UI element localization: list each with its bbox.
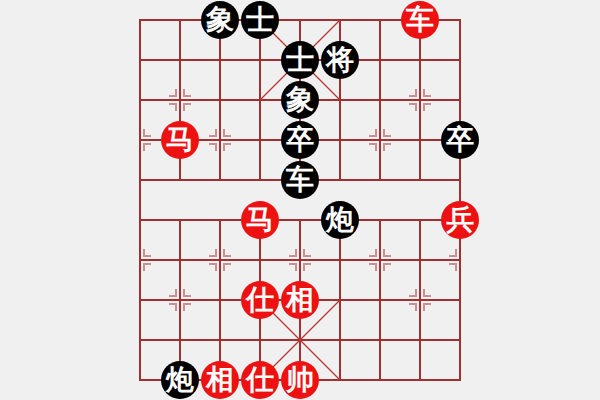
- piece-red-chariot[interactable]: 车: [401, 1, 439, 39]
- pieces-layer: 象士车士将象马卒卒车马炮兵仕相炮相仕帅: [0, 0, 600, 400]
- piece-red-soldier[interactable]: 兵: [441, 201, 479, 239]
- piece-black-cannon[interactable]: 炮: [161, 361, 199, 399]
- piece-red-advisor[interactable]: 仕: [241, 361, 279, 399]
- piece-black-elephant[interactable]: 象: [201, 1, 239, 39]
- piece-red-advisor[interactable]: 仕: [241, 281, 279, 319]
- piece-red-elephant[interactable]: 相: [281, 281, 319, 319]
- piece-red-elephant[interactable]: 相: [201, 361, 239, 399]
- xiangqi-board[interactable]: 象士车士将象马卒卒车马炮兵仕相炮相仕帅: [0, 0, 600, 400]
- piece-red-horse[interactable]: 马: [161, 121, 199, 159]
- piece-black-soldier[interactable]: 卒: [441, 121, 479, 159]
- piece-black-elephant[interactable]: 象: [281, 81, 319, 119]
- piece-black-general[interactable]: 将: [321, 41, 359, 79]
- piece-black-cannon[interactable]: 炮: [321, 201, 359, 239]
- piece-black-advisor[interactable]: 士: [241, 1, 279, 39]
- piece-black-chariot[interactable]: 车: [281, 161, 319, 199]
- piece-red-horse[interactable]: 马: [241, 201, 279, 239]
- piece-red-general[interactable]: 帅: [281, 361, 319, 399]
- piece-black-soldier[interactable]: 卒: [281, 121, 319, 159]
- piece-black-advisor[interactable]: 士: [281, 41, 319, 79]
